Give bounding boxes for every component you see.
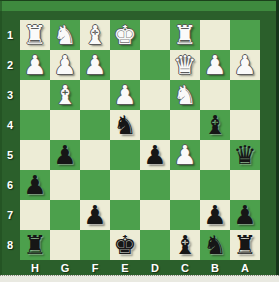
square-f7[interactable]: ♟ — [80, 200, 110, 230]
file-label-b: B — [200, 260, 230, 276]
square-h4[interactable] — [20, 110, 50, 140]
square-e2[interactable] — [110, 50, 140, 80]
piece-white-bishop: ♝ — [83, 20, 106, 50]
chess-board: ♜♞♝♚♜♟♟♟♛♟♟♝♟♞♞♝♟♟♟♛♟♟♟♟♜♚♝♞♜ — [20, 20, 260, 260]
board-frame-right-edge — [276, 0, 279, 276]
rank-label-3: 3 — [0, 80, 20, 110]
square-e4[interactable]: ♞ — [110, 110, 140, 140]
piece-white-bishop: ♝ — [53, 80, 76, 110]
piece-white-rook: ♜ — [173, 20, 196, 50]
square-d2[interactable] — [140, 50, 170, 80]
square-d7[interactable] — [140, 200, 170, 230]
square-d4[interactable] — [140, 110, 170, 140]
piece-white-pawn: ♟ — [233, 50, 256, 80]
piece-white-knight: ♞ — [173, 80, 196, 110]
file-label-h: H — [20, 260, 50, 276]
piece-black-pawn: ♟ — [23, 170, 46, 200]
square-a2[interactable]: ♟ — [230, 50, 260, 80]
square-e7[interactable] — [110, 200, 140, 230]
square-h2[interactable]: ♟ — [20, 50, 50, 80]
square-g1[interactable]: ♞ — [50, 20, 80, 50]
piece-white-rook: ♜ — [23, 20, 46, 50]
square-e6[interactable] — [110, 170, 140, 200]
piece-white-pawn: ♟ — [53, 50, 76, 80]
window-bottom-strip — [0, 275, 279, 282]
square-b3[interactable] — [200, 80, 230, 110]
piece-white-pawn: ♟ — [83, 50, 106, 80]
rank-label-6: 6 — [0, 170, 20, 200]
square-a7[interactable]: ♟ — [230, 200, 260, 230]
rank-label-5: 5 — [0, 140, 20, 170]
rank-label-2: 2 — [0, 50, 20, 80]
square-e3[interactable]: ♟ — [110, 80, 140, 110]
square-h7[interactable] — [20, 200, 50, 230]
piece-black-queen: ♛ — [233, 140, 256, 170]
square-c1[interactable]: ♜ — [170, 20, 200, 50]
square-e5[interactable] — [110, 140, 140, 170]
rank-label-8: 8 — [0, 230, 20, 260]
file-label-d: D — [140, 260, 170, 276]
square-c2[interactable]: ♛ — [170, 50, 200, 80]
square-a5[interactable]: ♛ — [230, 140, 260, 170]
piece-white-pawn: ♟ — [203, 50, 226, 80]
square-e1[interactable]: ♚ — [110, 20, 140, 50]
square-b6[interactable] — [200, 170, 230, 200]
square-h5[interactable] — [20, 140, 50, 170]
square-a3[interactable] — [230, 80, 260, 110]
file-label-f: F — [80, 260, 110, 276]
piece-black-pawn: ♟ — [233, 200, 256, 230]
piece-black-pawn: ♟ — [203, 200, 226, 230]
piece-white-pawn: ♟ — [113, 80, 136, 110]
square-b5[interactable] — [200, 140, 230, 170]
piece-black-rook: ♜ — [23, 230, 46, 260]
square-g3[interactable]: ♝ — [50, 80, 80, 110]
piece-white-pawn: ♟ — [173, 140, 196, 170]
square-d6[interactable] — [140, 170, 170, 200]
square-h8[interactable]: ♜ — [20, 230, 50, 260]
square-d5[interactable]: ♟ — [140, 140, 170, 170]
piece-black-knight: ♞ — [113, 110, 136, 140]
square-f4[interactable] — [80, 110, 110, 140]
square-d8[interactable] — [140, 230, 170, 260]
rank-label-4: 4 — [0, 110, 20, 140]
square-c4[interactable] — [170, 110, 200, 140]
square-d3[interactable] — [140, 80, 170, 110]
square-c5[interactable]: ♟ — [170, 140, 200, 170]
square-d1[interactable] — [140, 20, 170, 50]
square-b4[interactable]: ♝ — [200, 110, 230, 140]
square-c8[interactable]: ♝ — [170, 230, 200, 260]
square-f1[interactable]: ♝ — [80, 20, 110, 50]
square-a6[interactable] — [230, 170, 260, 200]
piece-black-bishop: ♝ — [203, 110, 226, 140]
piece-white-pawn: ♟ — [23, 50, 46, 80]
file-label-g: G — [50, 260, 80, 276]
board-frame-top-band — [0, 0, 279, 11]
square-a4[interactable] — [230, 110, 260, 140]
square-f8[interactable] — [80, 230, 110, 260]
square-c3[interactable]: ♞ — [170, 80, 200, 110]
square-b2[interactable]: ♟ — [200, 50, 230, 80]
file-labels: HGFEDCBA — [20, 260, 260, 276]
piece-white-knight: ♞ — [53, 20, 76, 50]
piece-black-bishop: ♝ — [173, 230, 196, 260]
piece-white-king: ♚ — [113, 20, 136, 50]
piece-white-queen: ♛ — [173, 50, 196, 80]
square-g4[interactable] — [50, 110, 80, 140]
square-b1[interactable] — [200, 20, 230, 50]
square-f5[interactable] — [80, 140, 110, 170]
rank-labels: 12345678 — [0, 20, 20, 260]
square-f3[interactable] — [80, 80, 110, 110]
rank-label-1: 1 — [0, 20, 20, 50]
piece-black-pawn: ♟ — [53, 140, 76, 170]
chess-board-window: ♜♞♝♚♜♟♟♟♛♟♟♝♟♞♞♝♟♟♟♛♟♟♟♟♜♚♝♞♜ 12345678 H… — [0, 0, 279, 282]
square-b7[interactable]: ♟ — [200, 200, 230, 230]
square-a1[interactable] — [230, 20, 260, 50]
file-label-a: A — [230, 260, 260, 276]
piece-black-pawn: ♟ — [83, 200, 106, 230]
square-f6[interactable] — [80, 170, 110, 200]
file-label-e: E — [110, 260, 140, 276]
square-c6[interactable] — [170, 170, 200, 200]
piece-black-pawn: ♟ — [143, 140, 166, 170]
piece-black-rook: ♜ — [233, 230, 256, 260]
square-b8[interactable]: ♞ — [200, 230, 230, 260]
square-h1[interactable]: ♜ — [20, 20, 50, 50]
square-f2[interactable]: ♟ — [80, 50, 110, 80]
square-g8[interactable] — [50, 230, 80, 260]
file-label-c: C — [170, 260, 200, 276]
square-g7[interactable] — [50, 200, 80, 230]
piece-black-knight: ♞ — [203, 230, 226, 260]
square-h6[interactable]: ♟ — [20, 170, 50, 200]
square-e8[interactable]: ♚ — [110, 230, 140, 260]
square-g6[interactable] — [50, 170, 80, 200]
piece-black-king: ♚ — [113, 230, 136, 260]
square-g2[interactable]: ♟ — [50, 50, 80, 80]
rank-label-7: 7 — [0, 200, 20, 230]
square-h3[interactable] — [20, 80, 50, 110]
square-a8[interactable]: ♜ — [230, 230, 260, 260]
square-c7[interactable] — [170, 200, 200, 230]
square-g5[interactable]: ♟ — [50, 140, 80, 170]
